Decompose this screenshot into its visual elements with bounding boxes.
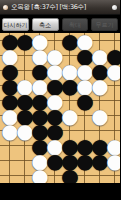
zoom-in-button[interactable]: 확대 [62,18,89,31]
board-cell[interactable]: ● [93,79,108,94]
white-stone: ● [106,153,120,168]
board-cell[interactable] [3,154,18,169]
board-cell[interactable]: ● [63,169,78,184]
board-cell[interactable]: ● [33,169,48,184]
app-dot-icon [3,5,8,10]
board-cell[interactable]: ● [63,34,78,49]
white-stone: ● [106,63,120,78]
restart-button[interactable]: 다시하기 [2,18,29,31]
board-cell[interactable] [18,169,33,184]
white-stone: ● [91,108,108,123]
white-stone: ● [91,78,108,93]
board-cell[interactable]: ● [93,154,108,169]
zoom-out-button[interactable]: 축소 [32,18,59,31]
board-cell[interactable] [3,169,18,184]
board-grid: ●●●●●●●●●●●●●●●●●●●●●●●●●●●●●●●●●●●●●●●●… [3,34,121,184]
board-cell[interactable]: ● [108,154,121,169]
board-cell[interactable]: ● [63,79,78,94]
omok-board[interactable]: ●●●●●●●●●●●●●●●●●●●●●●●●●●●●●●●●●●●●●●●●… [0,33,120,183]
board-cell[interactable] [18,154,33,169]
window-title: 오목왕 [흑:37수] [백:36수] [11,4,112,11]
board-cell[interactable]: ● [18,34,33,49]
white-stone: ● [61,108,78,123]
bottom-letterbox [0,183,120,200]
board-cell[interactable]: ● [108,64,121,79]
board-cell[interactable] [108,109,121,124]
board-cell[interactable]: ● [78,154,93,169]
status-dot-icon [112,5,117,10]
board-cell[interactable]: ● [63,109,78,124]
title-bar: 오목왕 [흑:37수] [백:36수] [0,0,120,15]
black-stone: ● [61,168,78,183]
toolbar: 다시하기 축소 확대 무르기 [0,15,120,33]
board-cell[interactable]: ● [48,154,63,169]
board-cell[interactable]: ● [93,109,108,124]
undo-button[interactable]: 무르기 [91,18,118,31]
board-cell[interactable]: ● [78,94,93,109]
white-stone: ● [31,168,48,183]
board-cell[interactable] [108,94,121,109]
board-cell[interactable]: ● [18,124,33,139]
app-screen: 오목왕 [흑:37수] [백:36수] 다시하기 축소 확대 무르기 ●●●●●… [0,0,120,200]
board-cell[interactable]: ● [3,124,18,139]
